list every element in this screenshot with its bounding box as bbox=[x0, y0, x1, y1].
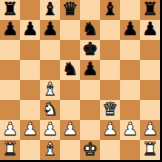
piece-white-king[interactable]: ♚ bbox=[82, 140, 98, 158]
square-c1[interactable]: ♝ bbox=[40, 140, 60, 160]
square-g2[interactable]: ♟ bbox=[120, 120, 140, 140]
square-b8[interactable] bbox=[20, 0, 40, 20]
square-h8[interactable]: ♜ bbox=[140, 0, 160, 20]
square-b7[interactable]: ♟ bbox=[20, 20, 40, 40]
piece-black-queen[interactable]: ♛ bbox=[62, 0, 78, 18]
square-a4[interactable] bbox=[0, 80, 20, 100]
square-a3[interactable] bbox=[0, 100, 20, 120]
piece-black-rook[interactable]: ♜ bbox=[142, 0, 158, 18]
square-f4[interactable] bbox=[100, 80, 120, 100]
square-a7[interactable]: ♟ bbox=[0, 20, 20, 40]
square-d6[interactable] bbox=[60, 40, 80, 60]
square-b3[interactable] bbox=[20, 100, 40, 120]
square-e3[interactable] bbox=[80, 100, 100, 120]
piece-white-rook[interactable]: ♜ bbox=[142, 140, 158, 158]
square-d3[interactable] bbox=[60, 100, 80, 120]
square-e2[interactable] bbox=[80, 120, 100, 140]
square-d2[interactable]: ♟ bbox=[60, 120, 80, 140]
square-a2[interactable]: ♟ bbox=[0, 120, 20, 140]
square-f6[interactable] bbox=[100, 40, 120, 60]
square-h2[interactable]: ♟ bbox=[140, 120, 160, 140]
square-g3[interactable] bbox=[120, 100, 140, 120]
piece-white-bishop[interactable]: ♝ bbox=[42, 80, 58, 98]
square-a5[interactable] bbox=[0, 60, 20, 80]
piece-black-bishop[interactable]: ♝ bbox=[102, 0, 118, 18]
piece-white-pawn[interactable]: ♟ bbox=[62, 120, 78, 138]
square-a8[interactable]: ♜ bbox=[0, 0, 20, 20]
square-c5[interactable] bbox=[40, 60, 60, 80]
piece-black-pawn[interactable]: ♟ bbox=[82, 60, 98, 78]
piece-white-rook[interactable]: ♜ bbox=[2, 140, 18, 158]
square-h3[interactable] bbox=[140, 100, 160, 120]
square-f5[interactable] bbox=[100, 60, 120, 80]
square-e1[interactable]: ♚ bbox=[80, 140, 100, 160]
piece-white-knight[interactable]: ♞ bbox=[42, 100, 58, 118]
square-c3[interactable]: ♞ bbox=[40, 100, 60, 120]
piece-white-pawn[interactable]: ♟ bbox=[102, 120, 118, 138]
square-c4[interactable]: ♝ bbox=[40, 80, 60, 100]
piece-white-pawn[interactable]: ♟ bbox=[22, 120, 38, 138]
square-b6[interactable] bbox=[20, 40, 40, 60]
square-b4[interactable] bbox=[20, 80, 40, 100]
piece-black-pawn[interactable]: ♟ bbox=[142, 20, 158, 38]
square-d8[interactable]: ♛ bbox=[60, 0, 80, 20]
piece-black-knight[interactable]: ♞ bbox=[62, 60, 78, 78]
piece-white-pawn[interactable]: ♟ bbox=[42, 120, 58, 138]
piece-black-pawn[interactable]: ♟ bbox=[122, 20, 138, 38]
square-g8[interactable] bbox=[120, 0, 140, 20]
piece-white-pawn[interactable]: ♟ bbox=[142, 120, 158, 138]
square-f2[interactable]: ♟ bbox=[100, 120, 120, 140]
piece-black-king[interactable]: ♚ bbox=[82, 40, 98, 58]
square-a6[interactable] bbox=[0, 40, 20, 60]
square-h4[interactable] bbox=[140, 80, 160, 100]
square-f8[interactable]: ♝ bbox=[100, 0, 120, 20]
square-g5[interactable] bbox=[120, 60, 140, 80]
square-d4[interactable] bbox=[60, 80, 80, 100]
square-e6[interactable]: ♚ bbox=[80, 40, 100, 60]
piece-white-pawn[interactable]: ♟ bbox=[122, 120, 138, 138]
square-h6[interactable] bbox=[140, 40, 160, 60]
square-c7[interactable]: ♟ bbox=[40, 20, 60, 40]
square-b5[interactable] bbox=[20, 60, 40, 80]
piece-white-bishop[interactable]: ♝ bbox=[42, 140, 58, 158]
piece-black-pawn[interactable]: ♟ bbox=[42, 20, 58, 38]
square-g4[interactable] bbox=[120, 80, 140, 100]
square-f1[interactable] bbox=[100, 140, 120, 160]
chess-board: ♜♝♛♝♜♟♟♟♞♟♟♚♞♟♝♞♛♟♟♟♟♟♟♟♜♝♚♜ bbox=[0, 0, 162, 162]
square-d7[interactable] bbox=[60, 20, 80, 40]
square-f3[interactable]: ♛ bbox=[100, 100, 120, 120]
square-c8[interactable]: ♝ bbox=[40, 0, 60, 20]
square-b1[interactable] bbox=[20, 140, 40, 160]
square-d5[interactable]: ♞ bbox=[60, 60, 80, 80]
square-a1[interactable]: ♜ bbox=[0, 140, 20, 160]
square-c6[interactable] bbox=[40, 40, 60, 60]
piece-black-knight[interactable]: ♞ bbox=[82, 20, 98, 38]
square-f7[interactable] bbox=[100, 20, 120, 40]
piece-white-pawn[interactable]: ♟ bbox=[2, 120, 18, 138]
square-e8[interactable] bbox=[80, 0, 100, 20]
piece-black-rook[interactable]: ♜ bbox=[2, 0, 18, 18]
piece-black-bishop[interactable]: ♝ bbox=[42, 0, 58, 18]
square-h7[interactable]: ♟ bbox=[140, 20, 160, 40]
piece-white-queen[interactable]: ♛ bbox=[102, 100, 118, 118]
square-c2[interactable]: ♟ bbox=[40, 120, 60, 140]
piece-black-pawn[interactable]: ♟ bbox=[22, 20, 38, 38]
square-d1[interactable] bbox=[60, 140, 80, 160]
square-g1[interactable] bbox=[120, 140, 140, 160]
piece-black-pawn[interactable]: ♟ bbox=[2, 20, 18, 38]
square-e7[interactable]: ♞ bbox=[80, 20, 100, 40]
square-e5[interactable]: ♟ bbox=[80, 60, 100, 80]
square-h5[interactable] bbox=[140, 60, 160, 80]
square-g6[interactable] bbox=[120, 40, 140, 60]
square-b2[interactable]: ♟ bbox=[20, 120, 40, 140]
square-e4[interactable] bbox=[80, 80, 100, 100]
square-h1[interactable]: ♜ bbox=[140, 140, 160, 160]
square-g7[interactable]: ♟ bbox=[120, 20, 140, 40]
